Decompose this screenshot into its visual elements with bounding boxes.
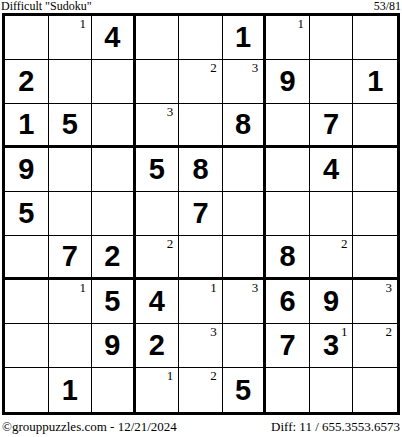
cell-r4c1[interactable]: 9 bbox=[5, 148, 49, 192]
cell-r9c5[interactable]: 2 bbox=[179, 368, 223, 412]
cell-r5c6[interactable] bbox=[223, 192, 267, 236]
given-digit: 8 bbox=[192, 155, 208, 184]
cell-r2c5[interactable]: 2 bbox=[179, 60, 223, 104]
cell-r5c9[interactable] bbox=[353, 192, 397, 236]
cell-r8c7[interactable]: 7 bbox=[266, 324, 310, 368]
given-digit: 5 bbox=[149, 155, 165, 184]
cell-r2c6[interactable]: 3 bbox=[223, 60, 267, 104]
puzzle-page: Difficult "Sudoku" 53/81 141122391153879… bbox=[0, 0, 402, 437]
pencil-mark: 1 bbox=[80, 281, 87, 294]
pencil-mark: 3 bbox=[210, 325, 217, 338]
cell-r5c8[interactable] bbox=[310, 192, 354, 236]
cell-r4c6[interactable] bbox=[223, 148, 267, 192]
given-digit: 1 bbox=[235, 23, 251, 52]
cell-r1c6[interactable]: 1 bbox=[223, 16, 267, 60]
pencil-mark: 3 bbox=[252, 281, 259, 294]
given-digit: 8 bbox=[235, 110, 251, 139]
cell-r7c2[interactable]: 1 bbox=[49, 280, 93, 324]
cell-r7c3[interactable]: 5 bbox=[92, 280, 136, 324]
given-digit: 6 bbox=[280, 287, 296, 316]
cell-r9c9[interactable] bbox=[353, 368, 397, 412]
pencil-mark: 3 bbox=[167, 105, 174, 118]
cell-r4c8[interactable]: 4 bbox=[310, 148, 354, 192]
given-digit: 7 bbox=[62, 242, 78, 271]
pencil-mark: 2 bbox=[210, 369, 217, 382]
cell-r7c5[interactable]: 1 bbox=[179, 280, 223, 324]
cell-r8c8[interactable]: 31 bbox=[310, 324, 354, 368]
cell-r8c3[interactable]: 9 bbox=[92, 324, 136, 368]
cell-r2c8[interactable] bbox=[310, 60, 354, 104]
pencil-mark: 3 bbox=[386, 281, 393, 294]
cell-r1c3[interactable]: 4 bbox=[92, 16, 136, 60]
cell-r3c7[interactable] bbox=[266, 104, 310, 148]
cell-r6c4[interactable]: 2 bbox=[136, 236, 180, 280]
given-digit: 7 bbox=[192, 199, 208, 228]
cell-r3c9[interactable] bbox=[353, 104, 397, 148]
cell-r3c3[interactable] bbox=[92, 104, 136, 148]
cell-r8c5[interactable]: 3 bbox=[179, 324, 223, 368]
cell-r6c1[interactable] bbox=[5, 236, 49, 280]
cell-r7c1[interactable] bbox=[5, 280, 49, 324]
cell-r4c9[interactable] bbox=[353, 148, 397, 192]
pencil-mark: 2 bbox=[210, 61, 217, 74]
cell-r8c9[interactable]: 2 bbox=[353, 324, 397, 368]
cell-r1c2[interactable]: 1 bbox=[49, 16, 93, 60]
pencil-mark: 1 bbox=[210, 281, 217, 294]
cell-r9c6[interactable]: 5 bbox=[223, 368, 267, 412]
cell-r4c7[interactable] bbox=[266, 148, 310, 192]
page-header: Difficult "Sudoku" 53/81 bbox=[0, 0, 402, 13]
cell-r5c3[interactable] bbox=[92, 192, 136, 236]
cell-r8c4[interactable]: 2 bbox=[136, 324, 180, 368]
given-digit: 4 bbox=[149, 287, 165, 316]
cell-r7c6[interactable]: 3 bbox=[223, 280, 267, 324]
cell-r9c2[interactable]: 1 bbox=[49, 368, 93, 412]
cell-r6c3[interactable]: 2 bbox=[92, 236, 136, 280]
cell-r2c2[interactable] bbox=[49, 60, 93, 104]
cell-r8c6[interactable] bbox=[223, 324, 267, 368]
given-digit: 2 bbox=[104, 242, 120, 271]
cell-r4c4[interactable]: 5 bbox=[136, 148, 180, 192]
cell-r1c1[interactable] bbox=[5, 16, 49, 60]
cell-r3c4[interactable]: 3 bbox=[136, 104, 180, 148]
pencil-mark: 3 bbox=[252, 61, 259, 74]
cell-r2c4[interactable] bbox=[136, 60, 180, 104]
page-footer: ©grouppuzzles.com - 12/21/2024 Diff: 11 … bbox=[0, 415, 402, 434]
given-digit: 9 bbox=[280, 67, 296, 96]
difficulty-text: Diff: 11 / 655.3553.6573 bbox=[271, 420, 400, 434]
cell-r1c9[interactable] bbox=[353, 16, 397, 60]
given-digit: 7 bbox=[323, 110, 339, 139]
cell-r5c5[interactable]: 7 bbox=[179, 192, 223, 236]
empty-cell-counter: 53/81 bbox=[374, 0, 401, 12]
cell-r4c2[interactable] bbox=[49, 148, 93, 192]
cell-r1c5[interactable] bbox=[179, 16, 223, 60]
cell-r2c1[interactable]: 2 bbox=[5, 60, 49, 104]
pencil-mark: 1 bbox=[167, 369, 174, 382]
cell-r8c1[interactable] bbox=[5, 324, 49, 368]
cell-r9c7[interactable] bbox=[266, 368, 310, 412]
cell-r8c2[interactable] bbox=[49, 324, 93, 368]
given-digit: 3 bbox=[323, 331, 339, 360]
cell-r1c4[interactable] bbox=[136, 16, 180, 60]
pencil-mark: 2 bbox=[386, 325, 393, 338]
pencil-mark: 1 bbox=[341, 325, 348, 338]
given-digit: 5 bbox=[235, 376, 251, 405]
cell-r4c5[interactable]: 8 bbox=[179, 148, 223, 192]
given-digit: 7 bbox=[280, 331, 296, 360]
cell-r9c4[interactable]: 1 bbox=[136, 368, 180, 412]
given-digit: 9 bbox=[323, 287, 339, 316]
cell-r2c3[interactable] bbox=[92, 60, 136, 104]
cell-r3c6[interactable]: 8 bbox=[223, 104, 267, 148]
cell-r1c8[interactable] bbox=[310, 16, 354, 60]
given-digit: 2 bbox=[18, 67, 34, 96]
cell-r7c4[interactable]: 4 bbox=[136, 280, 180, 324]
cell-r3c2[interactable]: 5 bbox=[49, 104, 93, 148]
pencil-mark: 2 bbox=[167, 237, 174, 250]
sudoku-board: 1411223911538795845772282154136939237312… bbox=[2, 13, 400, 415]
cell-r9c1[interactable] bbox=[5, 368, 49, 412]
cell-r2c9[interactable]: 1 bbox=[353, 60, 397, 104]
given-digit: 4 bbox=[323, 155, 339, 184]
cell-r1c7[interactable]: 1 bbox=[266, 16, 310, 60]
given-digit: 1 bbox=[18, 110, 34, 139]
cell-r6c7[interactable]: 8 bbox=[266, 236, 310, 280]
cell-r7c9[interactable]: 3 bbox=[353, 280, 397, 324]
given-digit: 5 bbox=[104, 287, 120, 316]
puzzle-title: Difficult "Sudoku" bbox=[1, 0, 92, 12]
cell-r6c9[interactable] bbox=[353, 236, 397, 280]
cell-r3c5[interactable] bbox=[179, 104, 223, 148]
given-digit: 5 bbox=[18, 199, 34, 228]
cell-r9c8[interactable] bbox=[310, 368, 354, 412]
cell-r5c4[interactable] bbox=[136, 192, 180, 236]
cell-r6c6[interactable] bbox=[223, 236, 267, 280]
cell-r5c1[interactable]: 5 bbox=[5, 192, 49, 236]
cell-r3c8[interactable]: 7 bbox=[310, 104, 354, 148]
given-digit: 9 bbox=[104, 331, 120, 360]
cell-r6c8[interactable]: 2 bbox=[310, 236, 354, 280]
given-digit: 8 bbox=[280, 242, 296, 271]
given-digit: 9 bbox=[18, 155, 34, 184]
cell-r9c3[interactable] bbox=[92, 368, 136, 412]
pencil-mark: 2 bbox=[341, 237, 348, 250]
pencil-mark: 1 bbox=[297, 17, 304, 30]
cell-r5c7[interactable] bbox=[266, 192, 310, 236]
cell-r7c8[interactable]: 9 bbox=[310, 280, 354, 324]
cell-r6c5[interactable] bbox=[179, 236, 223, 280]
copyright-text: ©grouppuzzles.com - 12/21/2024 bbox=[2, 420, 177, 434]
cell-r7c7[interactable]: 6 bbox=[266, 280, 310, 324]
pencil-mark: 1 bbox=[80, 17, 87, 30]
given-digit: 1 bbox=[367, 67, 383, 96]
given-digit: 4 bbox=[104, 23, 120, 52]
cell-r5c2[interactable] bbox=[49, 192, 93, 236]
given-digit: 2 bbox=[149, 331, 165, 360]
given-digit: 5 bbox=[62, 110, 78, 139]
cell-r3c1[interactable]: 1 bbox=[5, 104, 49, 148]
given-digit: 1 bbox=[62, 376, 78, 405]
cell-r6c2[interactable]: 7 bbox=[49, 236, 93, 280]
cell-r4c3[interactable] bbox=[92, 148, 136, 192]
cell-r2c7[interactable]: 9 bbox=[266, 60, 310, 104]
